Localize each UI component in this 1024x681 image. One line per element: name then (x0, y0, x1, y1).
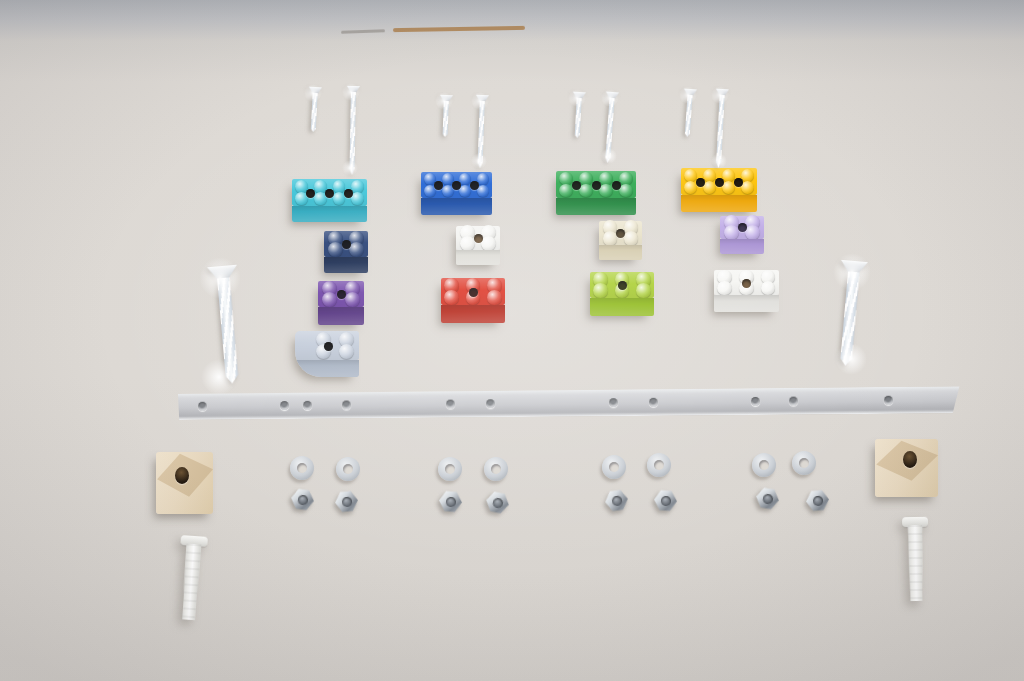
washer (336, 457, 360, 481)
washer (290, 456, 314, 480)
nut-hole (445, 496, 456, 507)
washer-hole (799, 458, 809, 468)
screw-shaft (477, 101, 484, 168)
screw-head (207, 265, 238, 281)
drilled-hole (469, 288, 478, 297)
wood-top-face (875, 439, 938, 497)
washer (752, 453, 776, 477)
brick-top-face (720, 216, 764, 239)
drilled-hole (474, 234, 483, 243)
drilled-hole (324, 342, 333, 351)
screw-shaft (310, 93, 317, 132)
stud (593, 283, 608, 298)
stud (703, 181, 716, 194)
lego-brick-green (556, 171, 636, 215)
stud (477, 185, 489, 197)
washer-hole (609, 462, 619, 472)
brick-side-face (318, 307, 364, 325)
drilled-hole (742, 279, 751, 288)
brick-side-face (714, 295, 779, 312)
screw-shaft (442, 101, 448, 137)
drilled-hole (306, 189, 315, 198)
stud (579, 184, 593, 198)
wooden-block-left (156, 452, 213, 514)
stud (724, 225, 739, 240)
drilled-hole (616, 229, 625, 238)
stud (345, 292, 360, 307)
drilled-hole (337, 290, 346, 299)
drilled-hole (612, 181, 621, 190)
brick-side-face (720, 239, 764, 254)
hex-nut (334, 490, 359, 513)
stud (487, 290, 502, 305)
nut-hole (812, 495, 823, 506)
drilled-hole (572, 181, 581, 190)
stud (460, 236, 475, 251)
rail-hole (750, 396, 759, 405)
rail-hole (788, 396, 797, 405)
drilled-hole (734, 178, 743, 187)
stud (761, 281, 776, 296)
stud (351, 192, 364, 205)
screw-shaft (349, 92, 355, 175)
washer (438, 457, 462, 481)
screw-shaft (684, 95, 692, 137)
stud (444, 290, 459, 305)
stud (599, 184, 613, 198)
stud (717, 281, 732, 296)
hex-nut (438, 490, 463, 513)
lego-brick-yellow (681, 168, 757, 212)
rail-hole (279, 401, 288, 410)
rail-hole (341, 400, 350, 409)
long-screw-4 (711, 89, 728, 169)
stud (636, 283, 651, 298)
large-screw-right (831, 260, 867, 367)
lego-brick-lime (590, 272, 654, 316)
stud (624, 231, 639, 246)
washer-hole (445, 464, 455, 474)
brick-top-face (590, 272, 654, 298)
lego-brick-lavender (720, 216, 764, 254)
large-screw-left (207, 265, 247, 385)
washer-hole (297, 463, 307, 473)
lego-brick-white-large (714, 270, 779, 312)
lego-brick-red (441, 278, 505, 323)
nut-hole (297, 494, 308, 505)
aluminum-rail (178, 386, 962, 420)
stud (722, 181, 735, 194)
brick-side-face (441, 305, 505, 323)
rail-hole (197, 401, 206, 410)
lego-brick-blue (421, 172, 492, 215)
stud (619, 184, 633, 198)
plug-body (180, 543, 203, 620)
washer-hole (759, 460, 769, 470)
screw-shaft (715, 95, 724, 168)
washer-hole (343, 464, 353, 474)
stud (559, 184, 573, 198)
screw-shaft (217, 277, 239, 384)
long-screw-1 (345, 86, 360, 175)
drilled-hole (696, 178, 705, 187)
plug-body (907, 525, 925, 601)
drilled-hole (325, 189, 334, 198)
stud (349, 242, 364, 257)
drilled-hole (470, 181, 479, 190)
washer (602, 455, 626, 479)
washer-hole (654, 460, 664, 470)
drilled-hole (618, 281, 627, 290)
stud (322, 292, 337, 307)
lego-brick-cream (599, 221, 642, 260)
brick-side-face (324, 257, 368, 273)
drilled-hole (592, 181, 601, 190)
drilled-hole (738, 223, 747, 232)
washer (647, 453, 671, 477)
brick-top-face (714, 270, 779, 295)
lego-brick-white-small (456, 226, 500, 265)
stud (481, 236, 496, 251)
short-screw-2 (438, 95, 452, 137)
hex-nut (805, 489, 830, 512)
rail-hole (608, 398, 617, 407)
lego-brick-gray-curved (295, 331, 359, 377)
nut-hole (660, 495, 671, 506)
stud (351, 180, 364, 193)
short-screw-3 (570, 92, 585, 139)
hex-nut (290, 488, 316, 512)
wall-plug-right (902, 517, 929, 601)
drilled-hole (715, 178, 724, 187)
brick-top-face (441, 278, 505, 305)
drilled-hole (344, 189, 353, 198)
lego-brick-cyan (292, 179, 367, 222)
drilled-hole (452, 181, 461, 190)
brick-top-face (681, 168, 757, 195)
brick-side-face (456, 250, 500, 265)
short-screw-1 (306, 87, 321, 133)
brick-top-face (456, 226, 500, 250)
nut-hole (341, 496, 352, 507)
stud (745, 225, 760, 240)
brick-side-face (556, 198, 636, 215)
brick-top-face (421, 172, 492, 198)
rail-hole (883, 395, 892, 404)
stud (684, 181, 697, 194)
drilled-hole (903, 451, 917, 468)
brick-top-face (599, 221, 642, 245)
rail-hole (485, 399, 494, 408)
wall-plug-left (175, 535, 208, 621)
brick-side-face (590, 298, 654, 316)
brick-side-face (599, 245, 642, 260)
stud (477, 173, 489, 185)
rail-hole (302, 400, 311, 409)
screw-shaft (574, 98, 581, 138)
brick-top-face (295, 331, 359, 360)
stud (339, 344, 354, 359)
lego-brick-dark-blue (324, 231, 368, 273)
hex-nut (604, 489, 630, 513)
hex-nut (754, 486, 780, 511)
rail-hole (648, 397, 657, 406)
long-screw-2 (473, 95, 489, 168)
brick-side-face (295, 360, 359, 377)
hex-nut (653, 489, 677, 512)
parts-layer (0, 0, 1024, 681)
brick-top-face (292, 179, 367, 206)
screw-shaft (605, 98, 615, 163)
long-screw-3 (601, 92, 619, 164)
nut-hole (611, 495, 622, 506)
screw-shaft (839, 271, 859, 366)
brick-top-face (324, 231, 368, 257)
wooden-block-right (875, 439, 938, 497)
brick-top-face (556, 171, 636, 198)
brick-top-face (318, 281, 364, 307)
brick-side-face (421, 198, 492, 215)
photo-canvas (0, 0, 1024, 681)
stud (328, 242, 343, 257)
brick-side-face (292, 206, 367, 222)
hex-nut (484, 490, 511, 515)
brick-side-face (681, 195, 757, 212)
stud (741, 181, 754, 194)
lego-brick-purple (318, 281, 364, 325)
short-screw-4 (680, 89, 696, 138)
drilled-hole (342, 240, 351, 249)
washer (484, 457, 508, 481)
washer-hole (491, 464, 501, 474)
washer (792, 451, 816, 475)
rail-hole (445, 399, 454, 408)
